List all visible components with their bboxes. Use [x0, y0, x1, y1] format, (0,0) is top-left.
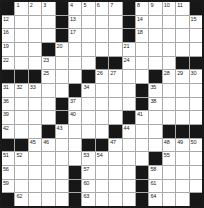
cell-r8c1[interactable]: 36 — [2, 98, 14, 111]
cell-r2c13[interactable] — [163, 16, 175, 29]
cell-r7c1[interactable]: 31 — [2, 84, 14, 97]
cell-r11c10[interactable] — [123, 139, 135, 152]
black-cell-r10c13 — [163, 125, 175, 138]
cell-r9c12[interactable] — [149, 111, 161, 124]
black-cell-r1c5 — [56, 2, 68, 15]
cell-r6c6[interactable] — [69, 70, 81, 83]
cell-r11c12[interactable] — [149, 139, 161, 152]
black-cell-r13c6 — [69, 166, 81, 179]
cell-r10c10[interactable]: 44 — [123, 125, 135, 138]
cell-r3c7[interactable] — [82, 29, 94, 42]
black-cell-r11c7 — [82, 139, 94, 152]
clue-number-19: 19 — [3, 43, 9, 49]
cell-r5c6[interactable] — [69, 57, 81, 70]
clue-number-41: 41 — [137, 111, 143, 117]
cell-r14c14[interactable] — [176, 180, 188, 193]
cell-r11c14[interactable]: 49 — [176, 139, 188, 152]
crossword-board: 1234567891011121314151617181920212223242… — [0, 0, 204, 208]
cell-r2c2[interactable] — [15, 16, 27, 29]
cell-r7c15[interactable] — [190, 84, 202, 97]
cell-r9c6[interactable]: 40 — [69, 111, 81, 124]
cell-r10c1[interactable]: 42 — [2, 125, 14, 138]
black-cell-r3c10 — [123, 29, 135, 42]
clue-number-5: 5 — [83, 2, 86, 8]
cell-r1c6[interactable]: 4 — [69, 2, 81, 15]
cell-r8c12[interactable]: 38 — [149, 98, 161, 111]
cell-r3c13[interactable] — [163, 29, 175, 42]
cell-r3c14[interactable] — [176, 29, 188, 42]
clue-number-15: 15 — [191, 16, 197, 22]
cell-r2c12[interactable] — [149, 16, 161, 29]
cell-r9c13[interactable] — [163, 111, 175, 124]
black-cell-r14c11 — [136, 180, 148, 193]
black-cell-r5c9 — [109, 57, 121, 70]
cell-r12c14[interactable] — [176, 152, 188, 165]
cell-r14c3[interactable] — [29, 180, 41, 193]
black-cell-r8c11 — [136, 98, 148, 111]
cell-r15c12[interactable]: 64 — [149, 193, 161, 206]
cell-r5c3[interactable] — [29, 57, 41, 70]
clue-number-32: 32 — [16, 84, 22, 90]
cell-r8c7[interactable] — [82, 98, 94, 111]
cell-r14c7[interactable]: 60 — [82, 180, 94, 193]
black-cell-r1c10 — [123, 2, 135, 15]
cell-r5c5[interactable] — [56, 57, 68, 70]
cell-r2c4[interactable] — [42, 16, 54, 29]
cell-r1c9[interactable]: 7 — [109, 2, 121, 15]
cell-r8c10[interactable] — [123, 98, 135, 111]
cell-r11c9[interactable]: 47 — [109, 139, 121, 152]
clue-number-64: 64 — [150, 193, 156, 199]
cell-r15c2[interactable]: 62 — [15, 193, 27, 206]
cell-r2c9[interactable] — [109, 16, 121, 29]
cell-r8c2[interactable] — [15, 98, 27, 111]
cell-r4c9[interactable] — [109, 43, 121, 56]
cell-r12c11[interactable] — [136, 152, 148, 165]
clue-number-43: 43 — [57, 125, 63, 131]
cell-r8c4[interactable] — [42, 98, 54, 111]
clue-number-11: 11 — [177, 2, 182, 8]
cell-r10c2[interactable] — [15, 125, 27, 138]
cell-r2c6[interactable]: 13 — [69, 16, 81, 29]
cell-r11c6[interactable] — [69, 139, 81, 152]
cell-r6c13[interactable]: 28 — [163, 70, 175, 83]
clue-number-8: 8 — [137, 2, 140, 8]
black-cell-r2c5 — [56, 16, 68, 29]
black-cell-r7c6 — [69, 84, 81, 97]
cell-r4c13[interactable] — [163, 43, 175, 56]
cell-r13c8[interactable] — [96, 166, 108, 179]
cell-r5c1[interactable]: 22 — [2, 57, 14, 70]
clue-number-28: 28 — [164, 70, 170, 76]
cell-r14c1[interactable]: 59 — [2, 180, 14, 193]
cell-r4c12[interactable] — [149, 43, 161, 56]
clue-number-52: 52 — [16, 152, 22, 158]
black-cell-r5c15 — [190, 57, 202, 70]
cell-r8c9[interactable] — [109, 98, 121, 111]
cell-r12c9[interactable] — [109, 152, 121, 165]
cell-r10c6[interactable] — [69, 125, 81, 138]
cell-r4c8[interactable] — [96, 43, 108, 56]
cell-r2c1[interactable]: 12 — [2, 16, 14, 29]
cell-r4c3[interactable] — [29, 43, 41, 56]
clue-number-55: 55 — [164, 152, 170, 158]
cell-r7c4[interactable] — [42, 84, 54, 97]
clue-number-58: 58 — [150, 166, 156, 172]
cell-r13c12[interactable]: 58 — [149, 166, 161, 179]
cell-r10c12[interactable] — [149, 125, 161, 138]
cell-r5c10[interactable]: 24 — [123, 57, 135, 70]
cell-r8c6[interactable]: 37 — [69, 98, 81, 111]
cell-r11c3[interactable]: 45 — [29, 139, 41, 152]
cell-r14c4[interactable] — [42, 180, 54, 193]
cell-r12c6[interactable] — [69, 152, 81, 165]
clue-number-13: 13 — [70, 16, 76, 22]
cell-r7c8[interactable] — [96, 84, 108, 97]
cell-r7c5[interactable] — [56, 84, 68, 97]
clue-number-57: 57 — [83, 166, 89, 172]
clue-number-12: 12 — [3, 16, 9, 22]
clue-number-23: 23 — [43, 57, 49, 63]
cell-r1c4[interactable]: 3 — [42, 2, 54, 15]
cell-r14c5[interactable] — [56, 180, 68, 193]
cell-r5c2[interactable] — [15, 57, 27, 70]
cell-r8c14[interactable] — [176, 98, 188, 111]
cell-r3c9[interactable] — [109, 29, 121, 42]
cell-r10c8[interactable] — [96, 125, 108, 138]
cell-r6c11[interactable] — [136, 70, 148, 83]
cell-r4c7[interactable] — [82, 43, 94, 56]
black-cell-r15c6 — [69, 193, 81, 206]
clue-number-1: 1 — [16, 2, 19, 8]
black-cell-r15c11 — [136, 193, 148, 206]
clue-number-38: 38 — [150, 98, 156, 104]
cell-r5c13[interactable] — [163, 57, 175, 70]
cell-r7c9[interactable] — [109, 84, 121, 97]
cell-r3c15[interactable] — [190, 29, 202, 42]
black-cell-r15c15 — [190, 193, 202, 206]
cell-r1c14[interactable]: 11 — [176, 2, 188, 15]
clue-number-6: 6 — [97, 2, 100, 8]
cell-r10c7[interactable] — [82, 125, 94, 138]
cell-r4c6[interactable] — [69, 43, 81, 56]
black-cell-r5c8 — [96, 57, 108, 70]
cell-r7c3[interactable]: 33 — [29, 84, 41, 97]
clue-number-49: 49 — [177, 139, 183, 145]
clue-number-37: 37 — [70, 98, 76, 104]
clue-number-14: 14 — [137, 16, 143, 22]
black-cell-r11c8 — [96, 139, 108, 152]
black-cell-r14c6 — [69, 180, 81, 193]
clue-number-51: 51 — [3, 152, 9, 158]
cell-r11c11[interactable] — [136, 139, 148, 152]
clue-number-10: 10 — [164, 2, 170, 8]
clue-number-53: 53 — [83, 152, 89, 158]
clue-number-20: 20 — [57, 43, 63, 49]
cell-r3c1[interactable]: 16 — [2, 29, 14, 42]
cell-r2c8[interactable] — [96, 16, 108, 29]
cell-r3c8[interactable] — [96, 29, 108, 42]
cell-r12c3[interactable] — [29, 152, 41, 165]
clue-number-22: 22 — [3, 57, 9, 63]
cell-r3c12[interactable] — [149, 29, 161, 42]
cell-r9c4[interactable] — [42, 111, 54, 124]
cell-r14c9[interactable] — [109, 180, 121, 193]
cell-r6c15[interactable]: 30 — [190, 70, 202, 83]
cell-r5c7[interactable] — [82, 57, 94, 70]
clue-number-4: 4 — [70, 2, 73, 8]
cell-r8c3[interactable] — [29, 98, 41, 111]
clue-number-60: 60 — [83, 180, 89, 186]
cell-r6c4[interactable]: 25 — [42, 70, 54, 83]
cell-r7c14[interactable] — [176, 84, 188, 97]
black-cell-r12c12 — [149, 152, 161, 165]
clue-number-17: 17 — [70, 29, 76, 35]
black-cell-r7c11 — [136, 84, 148, 97]
cell-r9c15[interactable] — [190, 111, 202, 124]
cell-r12c15[interactable] — [190, 152, 202, 165]
cell-r9c14[interactable] — [176, 111, 188, 124]
cell-r4c1[interactable]: 19 — [2, 43, 14, 56]
clue-number-21: 21 — [124, 43, 130, 49]
cell-r13c10[interactable] — [123, 166, 135, 179]
clue-number-31: 31 — [3, 84, 9, 90]
cell-r3c4[interactable] — [42, 29, 54, 42]
cell-r15c10[interactable] — [123, 193, 135, 206]
clue-number-3: 3 — [43, 2, 46, 8]
cell-r12c7[interactable]: 53 — [82, 152, 94, 165]
cell-r12c1[interactable]: 51 — [2, 152, 14, 165]
cell-r6c14[interactable]: 29 — [176, 70, 188, 83]
cell-r14c2[interactable] — [15, 180, 27, 193]
cell-r4c14[interactable] — [176, 43, 188, 56]
cell-r5c4[interactable]: 23 — [42, 57, 54, 70]
cell-r15c3[interactable] — [29, 193, 41, 206]
black-cell-r8c5 — [56, 98, 68, 111]
cell-r9c2[interactable] — [15, 111, 27, 124]
black-cell-r1c1 — [2, 2, 14, 15]
cell-r4c15[interactable] — [190, 43, 202, 56]
clue-number-27: 27 — [110, 70, 116, 76]
cell-r8c13[interactable] — [163, 98, 175, 111]
clue-number-16: 16 — [3, 29, 9, 35]
clue-number-63: 63 — [83, 193, 89, 199]
cell-r11c15[interactable]: 50 — [190, 139, 202, 152]
clue-number-7: 7 — [110, 2, 113, 8]
black-cell-r6c7 — [82, 70, 94, 83]
cell-r8c8[interactable] — [96, 98, 108, 111]
cell-r4c10[interactable]: 21 — [123, 43, 135, 56]
black-cell-r1c15 — [190, 2, 202, 15]
cell-r2c11[interactable]: 14 — [136, 16, 148, 29]
cell-r9c8[interactable] — [96, 111, 108, 124]
cell-r2c15[interactable]: 15 — [190, 16, 202, 29]
clue-number-62: 62 — [16, 193, 22, 199]
cell-r1c7[interactable]: 5 — [82, 2, 94, 15]
cell-r5c11[interactable] — [136, 57, 148, 70]
cell-r9c7[interactable] — [82, 111, 94, 124]
cell-r1c3[interactable]: 2 — [29, 2, 41, 15]
clue-number-59: 59 — [3, 180, 9, 186]
cell-r7c12[interactable]: 35 — [149, 84, 161, 97]
cell-r12c5[interactable] — [56, 152, 68, 165]
cell-r13c4[interactable] — [42, 166, 54, 179]
clue-number-42: 42 — [3, 125, 9, 131]
cell-r13c1[interactable]: 56 — [2, 166, 14, 179]
cell-r12c2[interactable]: 52 — [15, 152, 27, 165]
cell-r10c5[interactable]: 43 — [56, 125, 68, 138]
cell-r6c9[interactable]: 27 — [109, 70, 121, 83]
cell-r13c9[interactable] — [109, 166, 121, 179]
black-cell-r6c2 — [15, 70, 27, 83]
cell-r1c13[interactable]: 10 — [163, 2, 175, 15]
cell-r14c10[interactable] — [123, 180, 135, 193]
cell-r15c14[interactable] — [176, 193, 188, 206]
black-cell-r13c11 — [136, 166, 148, 179]
clue-number-33: 33 — [30, 84, 36, 90]
cell-r1c12[interactable]: 9 — [149, 2, 161, 15]
clue-number-46: 46 — [43, 139, 49, 145]
black-cell-r9c5 — [56, 111, 68, 124]
cell-r13c3[interactable] — [29, 166, 41, 179]
cell-r14c8[interactable] — [96, 180, 108, 193]
cell-r12c8[interactable]: 54 — [96, 152, 108, 165]
cell-r3c6[interactable]: 17 — [69, 29, 81, 42]
clue-number-56: 56 — [3, 166, 9, 172]
black-cell-r5c14 — [176, 57, 188, 70]
black-cell-r10c9 — [109, 125, 121, 138]
cell-r6c10[interactable] — [123, 70, 135, 83]
cell-r14c12[interactable]: 61 — [149, 180, 161, 193]
clue-number-30: 30 — [191, 70, 197, 76]
cell-r13c15[interactable] — [190, 166, 202, 179]
clue-number-35: 35 — [150, 84, 156, 90]
cell-r11c13[interactable]: 48 — [163, 139, 175, 152]
black-cell-r10c14 — [176, 125, 188, 138]
clue-number-45: 45 — [30, 139, 36, 145]
black-cell-r3c5 — [56, 29, 68, 42]
cell-r1c2[interactable]: 1 — [15, 2, 27, 15]
cell-r6c8[interactable]: 26 — [96, 70, 108, 83]
black-cell-r11c2 — [15, 139, 27, 152]
cell-r9c9[interactable] — [109, 111, 121, 124]
black-cell-r4c4 — [42, 43, 54, 56]
cell-r14c15[interactable] — [190, 180, 202, 193]
cell-r13c13[interactable] — [163, 166, 175, 179]
cell-r4c5[interactable]: 20 — [56, 43, 68, 56]
cell-r7c10[interactable] — [123, 84, 135, 97]
clue-number-36: 36 — [3, 98, 9, 104]
cell-r15c5[interactable] — [56, 193, 68, 206]
cell-r15c7[interactable]: 63 — [82, 193, 94, 206]
cell-r4c11[interactable] — [136, 43, 148, 56]
cell-r15c8[interactable] — [96, 193, 108, 206]
clue-number-61: 61 — [150, 180, 156, 186]
clue-number-47: 47 — [110, 139, 116, 145]
cell-r1c11[interactable]: 8 — [136, 2, 148, 15]
clue-number-9: 9 — [150, 2, 153, 8]
black-cell-r6c3 — [29, 70, 41, 83]
cell-r13c5[interactable] — [56, 166, 68, 179]
cell-r13c2[interactable] — [15, 166, 27, 179]
cell-r6c5[interactable] — [56, 70, 68, 83]
cell-r10c11[interactable] — [136, 125, 148, 138]
clue-number-48: 48 — [164, 139, 170, 145]
black-cell-r2c10 — [123, 16, 135, 29]
cell-r5c12[interactable] — [149, 57, 161, 70]
cell-r7c13[interactable] — [163, 84, 175, 97]
cell-r12c4[interactable] — [42, 152, 54, 165]
clue-number-39: 39 — [3, 111, 9, 117]
cell-r7c7[interactable]: 34 — [82, 84, 94, 97]
black-cell-r11c1 — [2, 139, 14, 152]
black-cell-r6c1 — [2, 70, 14, 83]
black-cell-r6c12 — [149, 70, 161, 83]
black-cell-r10c15 — [190, 125, 202, 138]
clue-number-54: 54 — [97, 152, 103, 158]
cell-r4c2[interactable] — [15, 43, 27, 56]
cell-r12c10[interactable] — [123, 152, 135, 165]
cell-r9c3[interactable] — [29, 111, 41, 124]
cell-r3c2[interactable] — [15, 29, 27, 42]
clue-number-2: 2 — [30, 2, 33, 8]
black-cell-r9c10 — [123, 111, 135, 124]
black-cell-r15c1 — [2, 193, 14, 206]
cell-r15c9[interactable] — [109, 193, 121, 206]
clue-number-26: 26 — [97, 70, 103, 76]
cell-r3c11[interactable]: 18 — [136, 29, 148, 42]
cell-r9c11[interactable]: 41 — [136, 111, 148, 124]
cell-r2c7[interactable] — [82, 16, 94, 29]
clue-number-25: 25 — [43, 70, 49, 76]
cell-r2c3[interactable] — [29, 16, 41, 29]
cell-r13c7[interactable]: 57 — [82, 166, 94, 179]
cell-r12c13[interactable]: 55 — [163, 152, 175, 165]
cell-r1c8[interactable]: 6 — [96, 2, 108, 15]
cell-r2c14[interactable] — [176, 16, 188, 29]
cell-r11c5[interactable] — [56, 139, 68, 152]
cell-r10c3[interactable] — [29, 125, 41, 138]
cell-r15c13[interactable] — [163, 193, 175, 206]
clue-number-29: 29 — [177, 70, 183, 76]
cell-r9c1[interactable]: 39 — [2, 111, 14, 124]
cell-r8c15[interactable] — [190, 98, 202, 111]
clue-number-34: 34 — [83, 84, 89, 90]
cell-r3c3[interactable] — [29, 29, 41, 42]
cell-r13c14[interactable] — [176, 166, 188, 179]
clue-number-50: 50 — [191, 139, 197, 145]
clue-number-44: 44 — [124, 125, 130, 131]
cell-r14c13[interactable] — [163, 180, 175, 193]
cell-r11c4[interactable]: 46 — [42, 139, 54, 152]
clue-number-40: 40 — [70, 111, 76, 117]
cell-r15c4[interactable] — [42, 193, 54, 206]
clue-number-18: 18 — [137, 29, 143, 35]
cell-r7c2[interactable]: 32 — [15, 84, 27, 97]
black-cell-r10c4 — [42, 125, 54, 138]
clue-number-24: 24 — [124, 57, 130, 63]
